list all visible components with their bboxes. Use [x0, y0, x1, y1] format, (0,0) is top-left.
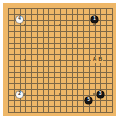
- star-point: [59, 24, 61, 26]
- star-point: [93, 93, 95, 95]
- star-point: [24, 93, 26, 95]
- black-stone-move-3: 3: [97, 91, 104, 98]
- star-point: [24, 24, 26, 26]
- board-cells: AB12345: [5, 5, 115, 115]
- star-point: [59, 59, 61, 61]
- white-stone-move-4: 4: [16, 16, 23, 23]
- go-board: AB12345: [3, 3, 116, 116]
- point-marker-b: B: [97, 57, 103, 63]
- white-stone-move-2: 2: [16, 91, 23, 98]
- black-stone-move-1: 1: [91, 16, 98, 23]
- black-stone-move-5: 5: [85, 97, 92, 104]
- star-point: [24, 59, 26, 61]
- diagram-stage: AB12345: [0, 0, 120, 120]
- star-point: [93, 24, 95, 26]
- star-point: [59, 93, 61, 95]
